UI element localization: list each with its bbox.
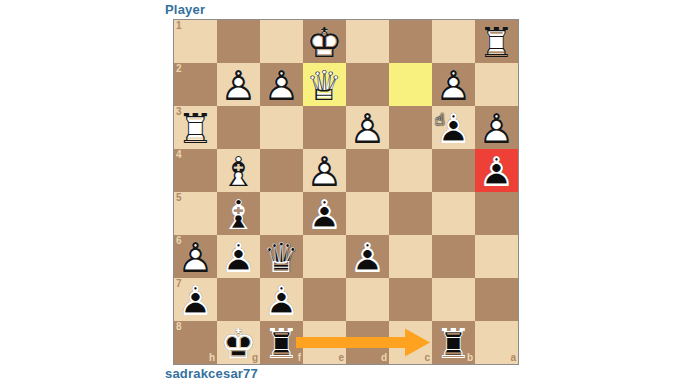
square-c7[interactable] xyxy=(389,278,432,321)
chess-board: 1♚♔♜♖2♟♙♟♙♛♕♟♙3♜♖♟♙♟♙☝♟♙4♝♗♟♙♟♙5♝♗♟♙6♟♙♟… xyxy=(173,19,519,365)
square-b4[interactable] xyxy=(432,149,475,192)
square-f7[interactable]: ♟♙ xyxy=(260,278,303,321)
square-c4[interactable] xyxy=(389,149,432,192)
rank-label-4: 4 xyxy=(176,150,182,160)
square-e7[interactable] xyxy=(303,278,346,321)
square-a6[interactable] xyxy=(475,235,518,278)
square-b7[interactable] xyxy=(432,278,475,321)
square-e1[interactable]: ♚♔ xyxy=(303,20,346,63)
white-pawn-e4[interactable]: ♟♙ xyxy=(303,149,346,192)
square-b2[interactable]: ♟♙ xyxy=(432,63,475,106)
white-pawn-a3[interactable]: ♟♙ xyxy=(475,106,518,149)
white-pawn-h6[interactable]: ♟♙ xyxy=(174,235,217,278)
white-bishop-g4[interactable]: ♝♗ xyxy=(217,149,260,192)
square-h2[interactable]: 2 xyxy=(174,63,217,106)
square-a4[interactable]: ♟♙ xyxy=(475,149,518,192)
file-label-d: d xyxy=(381,353,387,363)
square-g3[interactable] xyxy=(217,106,260,149)
square-g8[interactable]: g♚♔ xyxy=(217,321,260,364)
square-h8[interactable]: 8h xyxy=(174,321,217,364)
rank-label-1: 1 xyxy=(176,21,182,31)
square-f6[interactable]: ♛♕ xyxy=(260,235,303,278)
square-d7[interactable] xyxy=(346,278,389,321)
white-pawn-b2[interactable]: ♟♙ xyxy=(432,63,475,106)
player-name-top: Player xyxy=(165,2,205,17)
black-pawn-d6[interactable]: ♟♙ xyxy=(346,235,389,278)
rank-label-5: 5 xyxy=(176,193,182,203)
square-e4[interactable]: ♟♙ xyxy=(303,149,346,192)
square-f2[interactable]: ♟♙ xyxy=(260,63,303,106)
square-d4[interactable] xyxy=(346,149,389,192)
white-rook-a1[interactable]: ♜♖ xyxy=(475,20,518,63)
square-f8[interactable]: f♜♖ xyxy=(260,321,303,364)
square-a8[interactable]: a xyxy=(475,321,518,364)
white-king-e1[interactable]: ♚♔ xyxy=(303,20,346,63)
square-g6[interactable]: ♟♙ xyxy=(217,235,260,278)
square-g4[interactable]: ♝♗ xyxy=(217,149,260,192)
square-a5[interactable] xyxy=(475,192,518,235)
rank-label-2: 2 xyxy=(176,64,182,74)
square-h3[interactable]: 3♜♖ xyxy=(174,106,217,149)
square-g5[interactable]: ♝♗ xyxy=(217,192,260,235)
square-e5[interactable]: ♟♙ xyxy=(303,192,346,235)
file-label-a: a xyxy=(510,353,516,363)
file-label-c: c xyxy=(424,353,430,363)
square-e2[interactable]: ♛♕ xyxy=(303,63,346,106)
black-pawn-b3[interactable]: ♟♙ xyxy=(432,106,475,149)
square-a2[interactable] xyxy=(475,63,518,106)
black-pawn-e5[interactable]: ♟♙ xyxy=(303,192,346,235)
black-king-g8[interactable]: ♚♔ xyxy=(217,321,260,364)
square-c8[interactable]: c xyxy=(389,321,432,364)
square-a7[interactable] xyxy=(475,278,518,321)
square-c5[interactable] xyxy=(389,192,432,235)
white-pawn-f2[interactable]: ♟♙ xyxy=(260,63,303,106)
black-rook-b8[interactable]: ♜♖ xyxy=(432,321,475,364)
white-pawn-d3[interactable]: ♟♙ xyxy=(346,106,389,149)
square-d6[interactable]: ♟♙ xyxy=(346,235,389,278)
square-h7[interactable]: 7♟♙ xyxy=(174,278,217,321)
black-queen-f6[interactable]: ♛♕ xyxy=(260,235,303,278)
file-label-h: h xyxy=(209,353,215,363)
square-e8[interactable]: e xyxy=(303,321,346,364)
square-a3[interactable]: ♟♙ xyxy=(475,106,518,149)
square-d5[interactable] xyxy=(346,192,389,235)
square-g7[interactable] xyxy=(217,278,260,321)
square-d3[interactable]: ♟♙ xyxy=(346,106,389,149)
square-c1[interactable] xyxy=(389,20,432,63)
square-g1[interactable] xyxy=(217,20,260,63)
square-d2[interactable] xyxy=(346,63,389,106)
square-c2[interactable] xyxy=(389,63,432,106)
square-f3[interactable] xyxy=(260,106,303,149)
square-d1[interactable] xyxy=(346,20,389,63)
square-e6[interactable] xyxy=(303,235,346,278)
black-pawn-f7[interactable]: ♟♙ xyxy=(260,278,303,321)
square-b6[interactable] xyxy=(432,235,475,278)
square-a1[interactable]: ♜♖ xyxy=(475,20,518,63)
black-bishop-g5[interactable]: ♝♗ xyxy=(217,192,260,235)
square-c3[interactable] xyxy=(389,106,432,149)
white-rook-h3[interactable]: ♜♖ xyxy=(174,106,217,149)
player-name-bottom: sadrakcesar77 xyxy=(165,366,258,381)
black-pawn-a4[interactable]: ♟♙ xyxy=(475,149,518,192)
square-g2[interactable]: ♟♙ xyxy=(217,63,260,106)
square-b1[interactable] xyxy=(432,20,475,63)
black-pawn-g6[interactable]: ♟♙ xyxy=(217,235,260,278)
square-f4[interactable] xyxy=(260,149,303,192)
black-pawn-h7[interactable]: ♟♙ xyxy=(174,278,217,321)
white-pawn-g2[interactable]: ♟♙ xyxy=(217,63,260,106)
square-f5[interactable] xyxy=(260,192,303,235)
square-h6[interactable]: 6♟♙ xyxy=(174,235,217,278)
square-b3[interactable]: ♟♙☝ xyxy=(432,106,475,149)
square-d8[interactable]: d xyxy=(346,321,389,364)
square-c6[interactable] xyxy=(389,235,432,278)
square-h1[interactable]: 1 xyxy=(174,20,217,63)
square-b5[interactable] xyxy=(432,192,475,235)
square-e3[interactable] xyxy=(303,106,346,149)
rank-label-8: 8 xyxy=(176,322,182,332)
square-b8[interactable]: b♜♖ xyxy=(432,321,475,364)
square-f1[interactable] xyxy=(260,20,303,63)
file-label-e: e xyxy=(338,353,344,363)
white-queen-e2[interactable]: ♛♕ xyxy=(303,63,346,106)
square-h5[interactable]: 5 xyxy=(174,192,217,235)
black-rook-f8[interactable]: ♜♖ xyxy=(260,321,303,364)
square-h4[interactable]: 4 xyxy=(174,149,217,192)
